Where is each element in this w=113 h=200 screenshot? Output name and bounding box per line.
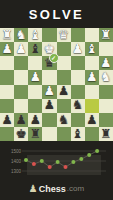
rating-chart: 150014001300 xyxy=(0,141,113,183)
black-bishop-c8: ♝ xyxy=(72,128,83,141)
chess-board: ♜♞♝♛♜♟♟♝♚♟♝♛✓♟♟♟♞♟♟♟♞♟♟♟♞♟♚♜♝♜ xyxy=(0,28,113,141)
square-b2[interactable]: ♝ xyxy=(85,42,99,56)
white-pawn-a3: ♟ xyxy=(100,57,111,70)
square-f8[interactable]: ♜ xyxy=(28,127,42,141)
white-pawn-f4: ♟ xyxy=(30,71,41,84)
square-d3[interactable] xyxy=(57,56,71,70)
black-knight-c6: ♞ xyxy=(72,99,83,112)
black-bishop-f2: ♝ xyxy=(30,43,41,56)
square-f5[interactable] xyxy=(28,85,42,99)
square-b1[interactable] xyxy=(85,28,99,42)
square-a7[interactable] xyxy=(99,113,113,127)
square-c8[interactable]: ♝ xyxy=(71,127,85,141)
square-g3[interactable] xyxy=(14,56,28,70)
square-a8[interactable]: ♜ xyxy=(99,127,113,141)
square-c4[interactable] xyxy=(71,70,85,84)
y-axis-label: 1500 xyxy=(11,149,22,154)
logo-text-primary: Chess xyxy=(39,185,66,194)
logo-text-secondary: .com xyxy=(67,185,84,193)
white-pawn-e5: ♟ xyxy=(44,85,55,98)
square-f7[interactable]: ♟ xyxy=(28,113,42,127)
square-e5[interactable]: ♟ xyxy=(42,85,56,99)
square-h6[interactable] xyxy=(0,99,14,113)
square-g5[interactable] xyxy=(14,85,28,99)
white-pawn-c2: ♟ xyxy=(72,43,83,56)
square-f2[interactable]: ♝ xyxy=(28,42,42,56)
correct-move-badge: ✓ xyxy=(49,53,59,63)
y-axis-label: 1400 xyxy=(11,159,22,164)
footer: 150014001300 ♟ Chess.com xyxy=(0,141,113,200)
square-g2[interactable]: ♟ xyxy=(14,42,28,56)
square-d6[interactable] xyxy=(57,99,71,113)
square-e3[interactable]: ♛✓ xyxy=(42,56,56,70)
square-f6[interactable] xyxy=(28,99,42,113)
puzzle-ad: SOLVE ♜♞♝♛♜♟♟♝♚♟♝♛✓♟♟♟♞♟♟♟♞♟♟♟♞♟♚♜♝♜ 150… xyxy=(0,0,113,200)
chart-point-correct xyxy=(40,159,44,163)
pawn-icon: ♟ xyxy=(29,184,38,194)
square-c7[interactable] xyxy=(71,113,85,127)
black-rook-a8: ♜ xyxy=(100,128,111,141)
square-e8[interactable] xyxy=(42,127,56,141)
square-g8[interactable]: ♚ xyxy=(14,127,28,141)
square-f1[interactable]: ♝ xyxy=(28,28,42,42)
square-a5[interactable] xyxy=(99,85,113,99)
square-b4[interactable]: ♟ xyxy=(85,70,99,84)
black-pawn-h7: ♟ xyxy=(1,114,12,127)
square-f3[interactable] xyxy=(28,56,42,70)
square-a6[interactable] xyxy=(99,99,113,113)
black-king-g8: ♚ xyxy=(16,128,27,141)
square-e1[interactable] xyxy=(42,28,56,42)
square-h5[interactable] xyxy=(0,85,14,99)
square-d7[interactable]: ♞ xyxy=(57,113,71,127)
square-a2[interactable] xyxy=(99,42,113,56)
square-h2[interactable]: ♟ xyxy=(0,42,14,56)
black-pawn-e6: ♟ xyxy=(44,99,55,112)
square-d4[interactable] xyxy=(57,70,71,84)
black-pawn-b7: ♟ xyxy=(86,114,97,127)
white-bishop-b2: ♝ xyxy=(86,43,97,56)
square-f4[interactable]: ♟ xyxy=(28,70,42,84)
chesscom-logo[interactable]: ♟ Chess.com xyxy=(0,184,113,194)
white-queen-d1: ♛ xyxy=(58,29,69,42)
chart-point-incorrect xyxy=(48,165,52,169)
black-rook-f8: ♜ xyxy=(30,128,41,141)
chart-point-correct xyxy=(24,158,28,162)
square-b8[interactable] xyxy=(85,127,99,141)
square-d2[interactable] xyxy=(57,42,71,56)
chart-point-correct xyxy=(79,157,83,161)
square-g7[interactable]: ♟ xyxy=(14,113,28,127)
square-h3[interactable] xyxy=(0,56,14,70)
square-d1[interactable]: ♛ xyxy=(57,28,71,42)
square-h4[interactable] xyxy=(0,70,14,84)
square-h8[interactable] xyxy=(0,127,14,141)
square-c2[interactable]: ♟ xyxy=(71,42,85,56)
square-c6[interactable]: ♞ xyxy=(71,99,85,113)
square-b6[interactable] xyxy=(85,99,99,113)
square-d5[interactable]: ♟ xyxy=(57,85,71,99)
white-pawn-b4: ♟ xyxy=(86,71,97,84)
square-b3[interactable] xyxy=(85,56,99,70)
chart-point-incorrect xyxy=(64,165,68,169)
square-a3[interactable]: ♟ xyxy=(99,56,113,70)
square-c3[interactable] xyxy=(71,56,85,70)
black-pawn-f7: ♟ xyxy=(30,114,41,127)
square-a1[interactable]: ♜ xyxy=(99,28,113,42)
white-pawn-h2: ♟ xyxy=(1,43,12,56)
header: SOLVE xyxy=(0,0,113,28)
chart-point-correct xyxy=(87,153,91,157)
black-pawn-d5: ♟ xyxy=(58,85,69,98)
square-e7[interactable] xyxy=(42,113,56,127)
square-h1[interactable]: ♜ xyxy=(0,28,14,42)
white-rook-h1: ♜ xyxy=(1,29,12,42)
square-h7[interactable]: ♟ xyxy=(0,113,14,127)
white-rook-a1: ♜ xyxy=(100,29,111,42)
white-knight-a4: ♞ xyxy=(100,71,111,84)
chart-point-correct xyxy=(71,160,75,164)
black-knight-d7: ♞ xyxy=(58,114,69,127)
square-e6[interactable]: ♟ xyxy=(42,99,56,113)
white-pawn-g2: ♟ xyxy=(16,43,27,56)
square-d8[interactable] xyxy=(57,127,71,141)
chart-point-correct xyxy=(56,160,60,164)
square-e4[interactable] xyxy=(42,70,56,84)
white-knight-g1: ♞ xyxy=(16,29,27,42)
square-b7[interactable]: ♟ xyxy=(85,113,99,127)
chart-panel xyxy=(27,155,101,175)
square-c1[interactable] xyxy=(71,28,85,42)
y-axis-label: 1300 xyxy=(11,169,22,174)
square-a4[interactable]: ♞ xyxy=(99,70,113,84)
chart-point-incorrect xyxy=(32,162,36,166)
square-g1[interactable]: ♞ xyxy=(14,28,28,42)
square-b5[interactable] xyxy=(85,85,99,99)
white-bishop-f1: ♝ xyxy=(30,29,41,42)
black-pawn-g7: ♟ xyxy=(16,114,27,127)
chart-point-correct xyxy=(95,149,99,153)
square-c5[interactable] xyxy=(71,85,85,99)
square-g6[interactable] xyxy=(14,99,28,113)
square-g4[interactable] xyxy=(14,70,28,84)
page-title: SOLVE xyxy=(29,7,85,22)
